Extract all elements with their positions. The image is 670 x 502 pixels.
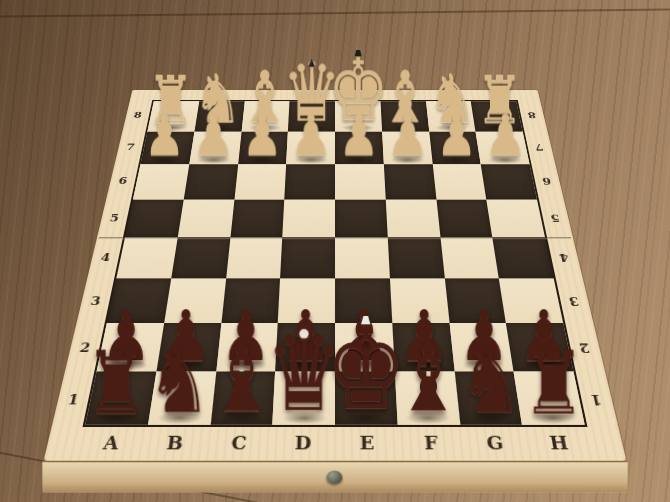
square-h7: ♟ (476, 132, 530, 165)
rank-digit: 4 (559, 252, 571, 264)
rank-label-6: 6 (106, 164, 138, 199)
piece-white-pawn-d7: ♟ (285, 109, 336, 163)
board-fold-seam (98, 237, 571, 239)
square-d4 (280, 237, 335, 278)
piece-white-bishop-f8: ♝ (373, 64, 437, 132)
square-h4 (493, 237, 554, 278)
square-b8: ♞ (194, 101, 244, 131)
file-label-h: H (524, 427, 594, 461)
piece-white-pawn-a7: ♟ (139, 109, 190, 163)
chess-board: 87654321 87654321 ABCDEFGH ♜♞♝♛♚♝♞♜♟♟♟♟♟… (44, 90, 627, 461)
piece-white-pawn-g7: ♟ (431, 109, 482, 163)
piece-white-queen-d8: ♛ (275, 53, 348, 131)
rank-digit: 5 (550, 212, 561, 223)
square-b7: ♟ (189, 132, 241, 165)
box-front-edge (42, 461, 627, 493)
file-label-e: E (335, 427, 400, 461)
square-g1: ♞ (454, 372, 522, 425)
piece-shadow (434, 124, 470, 131)
square-h5 (486, 199, 545, 237)
piece-shadow (200, 124, 236, 131)
king-finial-icon (355, 42, 362, 56)
pawn-glyph: ♟ (436, 109, 477, 163)
pawn-glyph: ♟ (242, 109, 283, 163)
knight-glyph: ♞ (428, 67, 476, 131)
square-b5 (177, 199, 234, 237)
queen-finial-icon (308, 59, 315, 67)
square-g5 (436, 199, 493, 237)
square-g4 (440, 237, 499, 278)
square-b6 (184, 164, 238, 199)
square-a6 (133, 164, 189, 199)
square-a7: ♟ (140, 132, 194, 165)
piece-white-pawn-f7: ♟ (382, 109, 433, 163)
square-f5 (385, 199, 440, 237)
square-e7: ♟ (335, 132, 384, 165)
king-glyph: ♚ (328, 50, 389, 131)
latch-knob-icon (326, 471, 342, 484)
square-h6 (481, 164, 537, 199)
rook-glyph: ♜ (522, 341, 585, 424)
square-b4 (171, 237, 230, 278)
square-f8: ♝ (380, 101, 429, 131)
square-d1: ♛ (273, 372, 335, 425)
rank-label-right-6: 6 (531, 164, 563, 199)
piece-shadow (390, 156, 426, 164)
square-g8: ♞ (426, 101, 476, 131)
file-label-f: F (398, 427, 465, 461)
piece-shadow (293, 156, 329, 164)
piece-shadow (481, 124, 517, 131)
rank-digit: 6 (542, 176, 553, 186)
piece-shadow (486, 156, 523, 164)
scene: 87654321 87654321 ABCDEFGH ♜♞♝♛♚♝♞♜♟♟♟♟♟… (0, 0, 670, 502)
piece-white-pawn-b7: ♟ (188, 109, 239, 163)
square-d5 (282, 199, 335, 237)
file-label-b: B (140, 427, 209, 461)
file-labels-bottom: ABCDEFGH (75, 427, 594, 461)
rank-label-8: 8 (123, 100, 153, 131)
piece-black-rook-a1: ♜ (78, 341, 156, 424)
rank-label-right-5: 5 (539, 199, 573, 237)
bishop-glyph: ♝ (380, 64, 431, 132)
square-d8: ♛ (288, 101, 335, 131)
file-label-c: C (205, 427, 272, 461)
square-f7: ♟ (382, 132, 432, 165)
piece-shadow (153, 124, 189, 131)
queen-glyph: ♛ (282, 53, 341, 131)
square-a4 (116, 237, 177, 278)
piece-white-pawn-e7: ♟ (334, 109, 385, 163)
square-c4 (226, 237, 283, 278)
knight-glyph: ♞ (194, 67, 242, 131)
piece-shadow (294, 124, 329, 131)
square-e5 (335, 199, 388, 237)
piece-white-pawn-c7: ♟ (236, 109, 287, 163)
rank-label-5: 5 (97, 199, 131, 237)
queen-finial-icon (299, 328, 308, 337)
piece-white-king-e8: ♚ (320, 50, 396, 131)
knight-glyph: ♞ (459, 338, 523, 423)
square-g7: ♟ (429, 132, 481, 165)
piece-white-knight-g8: ♞ (422, 67, 483, 131)
piece-white-rook-a8: ♜ (141, 69, 200, 131)
rank-label-right-8: 8 (518, 100, 548, 131)
square-c6 (234, 164, 286, 199)
piece-white-bishop-c8: ♝ (233, 64, 297, 132)
square-a8: ♜ (147, 101, 199, 131)
square-d6 (285, 164, 335, 199)
piece-shadow (388, 124, 423, 131)
square-d7: ♟ (286, 132, 335, 165)
file-label-a: A (75, 427, 145, 461)
rank-label-right-7: 7 (524, 131, 555, 164)
piece-shadow (247, 124, 282, 131)
square-a5 (125, 199, 184, 237)
piece-black-queen-d1: ♛ (255, 320, 353, 423)
rook-glyph: ♜ (85, 341, 148, 424)
square-g6 (432, 164, 486, 199)
square-b1: ♞ (148, 372, 216, 425)
piece-white-pawn-h7: ♟ (480, 109, 531, 163)
square-e6 (335, 164, 385, 199)
wooden-table: 87654321 87654321 ABCDEFGH ♜♞♝♛♚♝♞♜♟♟♟♟♟… (0, 0, 670, 502)
knight-glyph: ♞ (147, 338, 211, 423)
square-h8: ♜ (471, 101, 523, 131)
square-c5 (230, 199, 285, 237)
pawn-glyph: ♟ (387, 109, 428, 163)
file-label-d: D (270, 427, 335, 461)
pawn-glyph: ♟ (193, 109, 234, 163)
piece-shadow (341, 156, 377, 164)
square-c7: ♟ (238, 132, 288, 165)
square-f6 (384, 164, 436, 199)
bishop-glyph: ♝ (239, 64, 290, 132)
square-e4 (335, 237, 390, 278)
rook-glyph: ♜ (476, 69, 523, 131)
piece-black-rook-h1: ♜ (514, 341, 592, 424)
pawn-glyph: ♟ (339, 109, 380, 163)
rank-label-7: 7 (115, 131, 146, 164)
square-a1: ♜ (85, 372, 156, 425)
rank-digit: 7 (534, 142, 544, 152)
piece-shadow (244, 156, 280, 164)
piece-shadow (147, 156, 184, 164)
king-finial-icon (361, 308, 370, 325)
square-f4 (388, 237, 445, 278)
piece-shadow (341, 124, 376, 131)
pawn-glyph: ♟ (144, 109, 185, 163)
rank-digit: 8 (527, 111, 537, 120)
piece-white-knight-b8: ♞ (188, 67, 249, 131)
piece-shadow (438, 156, 475, 164)
file-label-g: G (461, 427, 530, 461)
pawn-glyph: ♟ (485, 109, 526, 163)
board-grid: ♜♞♝♛♚♝♞♜♟♟♟♟♟♟♟♟♟♟♟♟♟♟♟♟♜♞♝♛♚♝♞♜ (82, 100, 587, 427)
square-c8: ♝ (241, 101, 290, 131)
square-h1: ♜ (514, 372, 585, 425)
pawn-glyph: ♟ (290, 109, 331, 163)
piece-white-rook-h8: ♜ (470, 69, 529, 131)
rook-glyph: ♜ (147, 69, 194, 131)
piece-shadow (195, 156, 232, 164)
square-e8: ♚ (335, 101, 382, 131)
